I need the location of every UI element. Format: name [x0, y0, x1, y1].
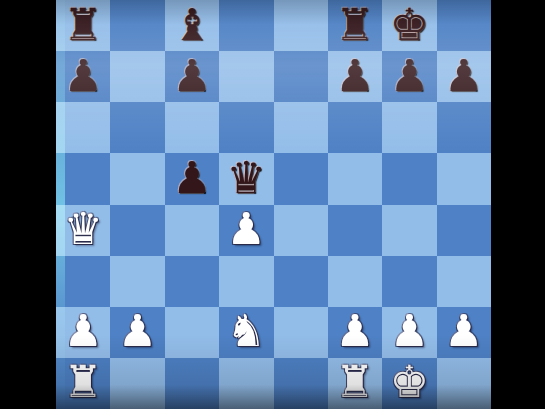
square-f7[interactable]: ♟ — [328, 51, 382, 102]
square-g7[interactable]: ♟ — [382, 51, 436, 102]
square-b7[interactable] — [110, 51, 164, 102]
square-f2[interactable]: ♟ — [328, 307, 382, 358]
square-c4[interactable] — [165, 205, 219, 256]
square-e6[interactable] — [274, 102, 328, 153]
square-h2[interactable]: ♟ — [437, 307, 491, 358]
square-c6[interactable] — [165, 102, 219, 153]
square-g1[interactable]: ♚ — [382, 358, 436, 409]
square-e5[interactable] — [274, 153, 328, 204]
square-h1[interactable] — [437, 358, 491, 409]
square-f4[interactable] — [328, 205, 382, 256]
square-h5[interactable] — [437, 153, 491, 204]
square-g2[interactable]: ♟ — [382, 307, 436, 358]
square-h7[interactable]: ♟ — [437, 51, 491, 102]
square-g8[interactable]: ♚ — [382, 0, 436, 51]
square-b8[interactable] — [110, 0, 164, 51]
black-pawn-a7: ♟ — [63, 54, 102, 98]
black-pawn-c5: ♟ — [172, 156, 211, 200]
square-e7[interactable] — [274, 51, 328, 102]
square-b6[interactable] — [110, 102, 164, 153]
black-rook-f8: ♜ — [335, 3, 374, 47]
white-pawn-b2: ♟ — [118, 309, 157, 353]
black-pawn-f7: ♟ — [335, 54, 374, 98]
square-a8[interactable]: ♜ — [56, 0, 110, 51]
square-d8[interactable] — [219, 0, 273, 51]
square-g3[interactable] — [382, 256, 436, 307]
square-b3[interactable] — [110, 256, 164, 307]
square-d5[interactable]: ♛ — [219, 153, 273, 204]
black-pawn-g7: ♟ — [390, 54, 429, 98]
square-d3[interactable] — [219, 256, 273, 307]
square-d6[interactable] — [219, 102, 273, 153]
white-pawn-f2: ♟ — [335, 309, 374, 353]
square-e2[interactable] — [274, 307, 328, 358]
square-f6[interactable] — [328, 102, 382, 153]
white-pawn-h2: ♟ — [444, 309, 483, 353]
square-d7[interactable] — [219, 51, 273, 102]
square-e1[interactable] — [274, 358, 328, 409]
square-c5[interactable]: ♟ — [165, 153, 219, 204]
square-e8[interactable] — [274, 0, 328, 51]
square-a1[interactable]: ♜ — [56, 358, 110, 409]
square-b4[interactable] — [110, 205, 164, 256]
square-g4[interactable] — [382, 205, 436, 256]
video-frame: ♜♝♜♚♟♟♟♟♟♟♛♛♟♟♟♞♟♟♟♜♜♚ — [0, 0, 545, 409]
black-bishop-c8: ♝ — [172, 3, 211, 47]
white-pawn-g2: ♟ — [390, 309, 429, 353]
square-d4[interactable]: ♟ — [219, 205, 273, 256]
black-king-g8: ♚ — [390, 3, 429, 47]
white-pawn-a2: ♟ — [63, 309, 102, 353]
square-f8[interactable]: ♜ — [328, 0, 382, 51]
white-pawn-d4: ♟ — [227, 207, 266, 251]
square-a5[interactable] — [56, 153, 110, 204]
white-knight-d2: ♞ — [227, 309, 266, 353]
square-h6[interactable] — [437, 102, 491, 153]
square-h4[interactable] — [437, 205, 491, 256]
black-pawn-h7: ♟ — [444, 54, 483, 98]
square-a3[interactable] — [56, 256, 110, 307]
white-king-g1: ♚ — [390, 360, 429, 404]
square-f5[interactable] — [328, 153, 382, 204]
square-c7[interactable]: ♟ — [165, 51, 219, 102]
square-d1[interactable] — [219, 358, 273, 409]
black-pawn-c7: ♟ — [172, 54, 211, 98]
square-e4[interactable] — [274, 205, 328, 256]
square-d2[interactable]: ♞ — [219, 307, 273, 358]
square-b5[interactable] — [110, 153, 164, 204]
white-rook-a1: ♜ — [63, 360, 102, 404]
square-a2[interactable]: ♟ — [56, 307, 110, 358]
white-rook-f1: ♜ — [335, 360, 374, 404]
chess-board: ♜♝♜♚♟♟♟♟♟♟♛♛♟♟♟♞♟♟♟♜♜♚ — [56, 0, 491, 409]
square-h8[interactable] — [437, 0, 491, 51]
square-a7[interactable]: ♟ — [56, 51, 110, 102]
square-a4[interactable]: ♛ — [56, 205, 110, 256]
square-g6[interactable] — [382, 102, 436, 153]
square-f3[interactable] — [328, 256, 382, 307]
square-b1[interactable] — [110, 358, 164, 409]
black-rook-a8: ♜ — [63, 3, 102, 47]
square-b2[interactable]: ♟ — [110, 307, 164, 358]
square-g5[interactable] — [382, 153, 436, 204]
square-f1[interactable]: ♜ — [328, 358, 382, 409]
square-e3[interactable] — [274, 256, 328, 307]
black-queen-d5: ♛ — [227, 156, 266, 200]
square-c2[interactable] — [165, 307, 219, 358]
square-c1[interactable] — [165, 358, 219, 409]
white-queen-a4: ♛ — [63, 207, 102, 251]
square-h3[interactable] — [437, 256, 491, 307]
square-c8[interactable]: ♝ — [165, 0, 219, 51]
square-c3[interactable] — [165, 256, 219, 307]
square-a6[interactable] — [56, 102, 110, 153]
